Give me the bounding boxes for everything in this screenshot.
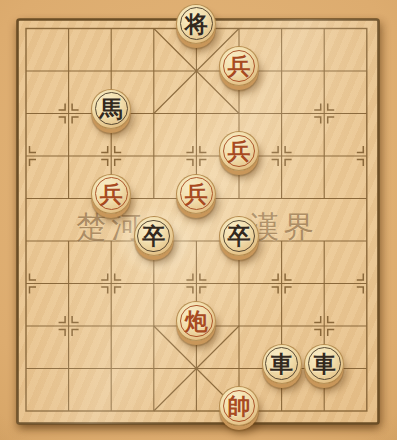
board-cell-g8: 車 xyxy=(260,347,303,390)
board-cell-e7: 炮 xyxy=(175,305,218,348)
piece-red-soldier-4[interactable]: 兵 xyxy=(176,174,216,214)
piece-black-soldier-1[interactable]: 卒 xyxy=(134,216,174,256)
piece-red-soldier-3[interactable]: 兵 xyxy=(91,174,131,214)
piece-black-chariot-1[interactable]: 車 xyxy=(262,344,302,384)
piece-black-soldier-2[interactable]: 卒 xyxy=(219,216,259,256)
board-cell-f1: 兵 xyxy=(218,50,261,93)
board-cell-f9: 帥 xyxy=(218,390,261,433)
board-cell-d5: 卒 xyxy=(132,220,175,263)
piece-black-horse[interactable]: 馬 xyxy=(91,89,131,129)
xiangqi-board: 楚河 漢界 将兵馬兵兵兵卒卒炮車車帥 xyxy=(0,0,397,440)
board-cell-h8: 車 xyxy=(303,347,346,390)
board-cell-e4: 兵 xyxy=(175,177,218,220)
piece-black-general[interactable]: 将 xyxy=(176,4,216,44)
board-cell-c4: 兵 xyxy=(90,177,133,220)
piece-grid[interactable]: 将兵馬兵兵兵卒卒炮車車帥 xyxy=(5,7,388,432)
piece-red-cannon[interactable]: 炮 xyxy=(176,301,216,341)
piece-black-chariot-2[interactable]: 車 xyxy=(304,344,344,384)
piece-red-general[interactable]: 帥 xyxy=(219,386,259,426)
board-cell-c2: 馬 xyxy=(90,92,133,135)
board-cell-f3: 兵 xyxy=(218,135,261,178)
piece-red-soldier-2[interactable]: 兵 xyxy=(219,131,259,171)
board-cell-e0: 将 xyxy=(175,7,218,50)
piece-red-soldier-1[interactable]: 兵 xyxy=(219,46,259,86)
board-cell-f5: 卒 xyxy=(218,220,261,263)
